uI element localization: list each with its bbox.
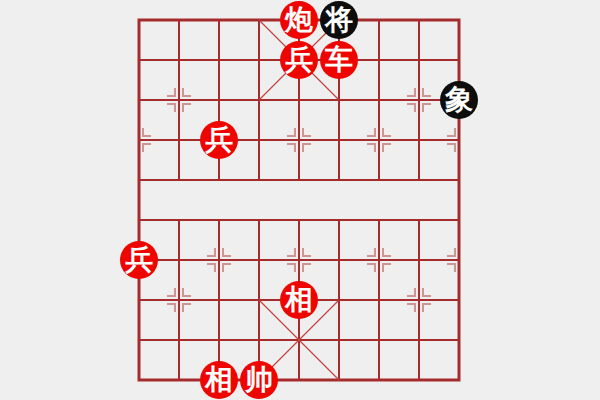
red-pawn[interactable]: 兵: [200, 121, 238, 159]
red-cannon[interactable]: 炮: [280, 1, 318, 39]
black-elephant[interactable]: 象: [440, 81, 478, 119]
pieces-grid: 炮将兵车象兵兵相相帅: [119, 0, 479, 400]
red-elephant[interactable]: 相: [200, 361, 238, 399]
red-elephant[interactable]: 相: [280, 281, 318, 319]
red-general[interactable]: 帅: [240, 361, 278, 399]
red-pawn[interactable]: 兵: [120, 241, 158, 279]
red-pawn[interactable]: 兵: [280, 41, 318, 79]
xiangqi-board: 炮将兵车象兵兵相相帅: [0, 0, 600, 400]
red-chariot[interactable]: 车: [320, 41, 358, 79]
black-general[interactable]: 将: [320, 1, 358, 39]
